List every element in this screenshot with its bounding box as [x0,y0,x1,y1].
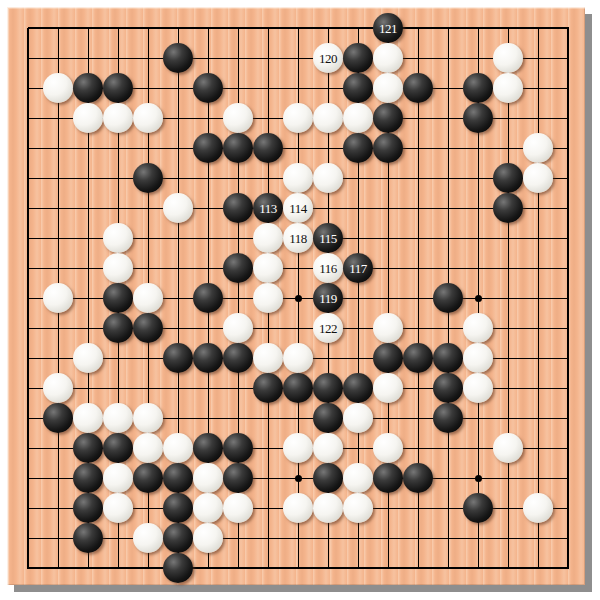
stone-black[interactable] [463,493,493,523]
stone-white[interactable] [193,493,223,523]
stone-black[interactable] [193,73,223,103]
stone-white[interactable] [493,43,523,73]
stone-black[interactable] [493,193,523,223]
stone-white[interactable] [313,493,343,523]
star-point [295,475,302,482]
stone-black[interactable] [253,373,283,403]
stone-white[interactable] [313,103,343,133]
grid-line-vertical [567,28,569,569]
stone-black[interactable] [283,373,313,403]
stone-white[interactable] [43,283,73,313]
stone-black[interactable] [73,493,103,523]
stone-black[interactable] [433,373,463,403]
stone-white[interactable] [253,253,283,283]
stone-white[interactable] [193,463,223,493]
stone-black[interactable] [343,133,373,163]
stone-black-117[interactable]: 117 [343,253,373,283]
stone-white[interactable] [283,433,313,463]
stone-white[interactable] [133,523,163,553]
stone-black[interactable] [343,373,373,403]
stone-black[interactable] [433,343,463,373]
stone-black-121[interactable]: 121 [373,13,403,43]
stone-white[interactable] [103,463,133,493]
stone-white[interactable] [73,103,103,133]
stone-black[interactable] [223,343,253,373]
stone-white[interactable] [373,43,403,73]
stone-white[interactable] [283,103,313,133]
stone-white[interactable] [43,73,73,103]
stone-black[interactable] [223,433,253,463]
stone-black[interactable] [223,133,253,163]
stone-black[interactable] [103,313,133,343]
stone-white[interactable] [283,493,313,523]
stone-white[interactable] [103,253,133,283]
stone-black[interactable] [193,283,223,313]
stone-black[interactable] [193,433,223,463]
stone-white[interactable] [133,433,163,463]
stone-white[interactable] [193,523,223,553]
stone-white[interactable] [223,313,253,343]
stone-black[interactable] [403,343,433,373]
stone-white-122[interactable]: 122 [313,313,343,343]
stone-white[interactable] [283,163,313,193]
stone-black[interactable] [373,343,403,373]
stone-black[interactable] [223,253,253,283]
stone-black[interactable] [73,73,103,103]
stone-black[interactable] [373,463,403,493]
stone-black[interactable] [103,283,133,313]
stone-white[interactable] [73,403,103,433]
stone-black[interactable] [163,463,193,493]
stone-black[interactable] [163,523,193,553]
stone-white[interactable] [343,403,373,433]
stone-black[interactable] [163,343,193,373]
stone-white[interactable] [163,193,193,223]
stone-black[interactable] [133,163,163,193]
stone-white-120[interactable]: 120 [313,43,343,73]
stone-white[interactable] [373,433,403,463]
stone-white[interactable] [463,343,493,373]
stone-white-114[interactable]: 114 [283,193,313,223]
grid-line-vertical [538,28,539,569]
stone-white[interactable] [223,103,253,133]
stone-white[interactable] [523,133,553,163]
stone-white[interactable] [103,403,133,433]
stone-black[interactable] [343,43,373,73]
stone-black[interactable] [73,433,103,463]
stone-black[interactable] [373,103,403,133]
stone-white[interactable] [373,313,403,343]
stone-white[interactable] [463,373,493,403]
stone-white[interactable] [523,163,553,193]
stone-black[interactable] [103,433,133,463]
stone-black-113[interactable]: 113 [253,193,283,223]
stone-white[interactable] [343,493,373,523]
stone-white[interactable] [73,343,103,373]
stone-black[interactable] [313,403,343,433]
stone-black[interactable] [163,553,193,583]
stone-white-118[interactable]: 118 [283,223,313,253]
star-point [475,475,482,482]
stone-white[interactable] [373,373,403,403]
stone-black[interactable] [403,463,433,493]
stone-black[interactable] [253,133,283,163]
stone-white[interactable] [223,493,253,523]
stone-white[interactable] [133,103,163,133]
stone-white[interactable] [103,493,133,523]
stone-white[interactable] [253,343,283,373]
go-board[interactable]: 121120113114118115116117119122 [7,7,585,585]
stone-white[interactable] [253,283,283,313]
stone-white[interactable] [313,433,343,463]
stone-black[interactable] [193,133,223,163]
stone-black[interactable] [403,73,433,103]
stone-black[interactable] [73,463,103,493]
stone-white[interactable] [493,73,523,103]
stone-black[interactable] [73,523,103,553]
stone-black[interactable] [463,73,493,103]
stone-white[interactable] [253,223,283,253]
grid-line-horizontal [28,538,569,539]
stone-white[interactable] [43,373,73,403]
grid-line-vertical [508,28,509,569]
stone-white-116[interactable]: 116 [313,253,343,283]
stone-white[interactable] [133,403,163,433]
stone-black[interactable] [223,193,253,223]
stone-black[interactable] [433,283,463,313]
stone-black-119[interactable]: 119 [313,283,343,313]
stone-black[interactable] [373,133,403,163]
stone-black[interactable] [163,493,193,523]
stone-black[interactable] [103,73,133,103]
stone-black[interactable] [433,403,463,433]
stone-black[interactable] [43,403,73,433]
stone-black[interactable] [163,43,193,73]
stone-black[interactable] [313,373,343,403]
stone-black[interactable] [493,163,523,193]
stone-white[interactable] [343,103,373,133]
stone-white[interactable] [103,223,133,253]
stone-white[interactable] [493,433,523,463]
stone-black[interactable] [223,463,253,493]
star-point [475,295,482,302]
stone-white[interactable] [343,463,373,493]
stone-black-115[interactable]: 115 [313,223,343,253]
stone-black[interactable] [313,463,343,493]
stone-black[interactable] [463,103,493,133]
stone-white[interactable] [313,163,343,193]
stone-black[interactable] [343,73,373,103]
stone-white[interactable] [133,283,163,313]
stone-black[interactable] [193,343,223,373]
stone-white[interactable] [523,493,553,523]
stone-white[interactable] [283,343,313,373]
stone-white[interactable] [373,73,403,103]
grid-line-horizontal [28,567,569,569]
stone-black[interactable] [133,313,163,343]
stone-white[interactable] [163,433,193,463]
star-point [295,295,302,302]
stone-black[interactable] [133,463,163,493]
stone-white[interactable] [103,103,133,133]
stone-white[interactable] [463,313,493,343]
